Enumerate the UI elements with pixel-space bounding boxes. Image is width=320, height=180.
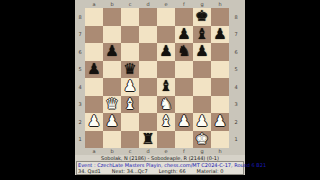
square-a7[interactable]: [85, 26, 103, 44]
coord-label: h: [211, 0, 229, 8]
black-bishop: ♝: [195, 26, 208, 43]
coord-label: a: [85, 0, 103, 8]
letterbox-right: [245, 0, 320, 180]
black-queen: ♛: [123, 61, 136, 78]
coord-label: 1: [75, 131, 85, 149]
rank-labels-left: 87654321: [75, 8, 85, 148]
coord-label: 7: [229, 26, 243, 44]
coord-label: c: [121, 148, 139, 155]
square-d2[interactable]: [139, 113, 157, 131]
square-c6[interactable]: [121, 43, 139, 61]
move-status-line: 34. Qxd1 Next: 34...Qc7 Length: 66 Mater…: [78, 168, 242, 174]
square-d4[interactable]: [139, 78, 157, 96]
coord-label: 3: [229, 96, 243, 114]
white-pawn: ♟: [123, 78, 136, 95]
square-h5[interactable]: [211, 61, 229, 79]
black-knight: ♞: [177, 43, 190, 60]
coord-label: 4: [229, 78, 243, 96]
white-pawn: ♟: [195, 113, 208, 130]
square-c5[interactable]: ♛: [121, 61, 139, 79]
square-d7[interactable]: [139, 26, 157, 44]
coord-label: e: [157, 0, 175, 8]
white-pawn: ♟: [213, 113, 226, 130]
black-pawn: ♟: [213, 26, 226, 43]
bottom-black-strip: [75, 175, 245, 180]
coord-label: 5: [75, 61, 85, 79]
rank-labels-right: 87654321: [229, 8, 243, 148]
coord-label: 3: [75, 96, 85, 114]
chess-diagram: abcdefgh 87654321 87654321 ♚♟♝♟♟♟♞♟♟♛♟♝♛…: [75, 0, 245, 180]
coord-label: g: [193, 148, 211, 155]
square-g5[interactable]: [193, 61, 211, 79]
square-g7[interactable]: ♝: [193, 26, 211, 44]
square-e3[interactable]: ♞: [157, 96, 175, 114]
square-c1[interactable]: [121, 131, 139, 149]
square-a5[interactable]: ♟: [85, 61, 103, 79]
square-b4[interactable]: [103, 78, 121, 96]
square-c3[interactable]: ♝: [121, 96, 139, 114]
move-played: 34. Qxd1: [78, 168, 101, 174]
square-c4[interactable]: ♟: [121, 78, 139, 96]
square-a8[interactable]: [85, 8, 103, 26]
square-f5[interactable]: [175, 61, 193, 79]
square-g6[interactable]: ♟: [193, 43, 211, 61]
coord-label: 8: [229, 8, 243, 26]
square-g3[interactable]: [193, 96, 211, 114]
coord-label: f: [175, 0, 193, 8]
next-move: Next: 34...Qc7: [112, 168, 148, 174]
square-f1[interactable]: [175, 131, 193, 149]
square-h8[interactable]: [211, 8, 229, 26]
file-labels-bottom: abcdefgh: [85, 148, 229, 155]
square-f7[interactable]: ♟: [175, 26, 193, 44]
black-pawn: ♟: [105, 43, 118, 60]
material-balance: Material: 0: [197, 168, 224, 174]
square-e4[interactable]: ♝: [157, 78, 175, 96]
square-d1[interactable]: ♜: [139, 131, 157, 149]
coord-label: c: [121, 0, 139, 8]
square-e5[interactable]: [157, 61, 175, 79]
coord-label: 4: [75, 78, 85, 96]
white-knight: ♞: [159, 96, 172, 113]
event-box: Event : CzechLate Masters Playin, chess.…: [76, 161, 244, 175]
square-g2[interactable]: ♟: [193, 113, 211, 131]
square-f2[interactable]: ♟: [175, 113, 193, 131]
square-a3[interactable]: [85, 96, 103, 114]
coord-label: 6: [75, 43, 85, 61]
black-pawn: ♟: [159, 43, 172, 60]
coord-label: 6: [229, 43, 243, 61]
coord-label: a: [85, 148, 103, 155]
square-a2[interactable]: ♟: [85, 113, 103, 131]
square-d6[interactable]: [139, 43, 157, 61]
coord-label: d: [139, 0, 157, 8]
game-info-panel: Sobolak, N (2186) - Sobodeaple, R (2144)…: [75, 155, 245, 175]
file-labels-top: abcdefgh: [85, 0, 229, 8]
white-king: ♚: [195, 131, 208, 148]
square-a4[interactable]: [85, 78, 103, 96]
square-h1[interactable]: [211, 131, 229, 149]
square-e6[interactable]: ♟: [157, 43, 175, 61]
square-b8[interactable]: [103, 8, 121, 26]
coord-label: 8: [75, 8, 85, 26]
square-f4[interactable]: [175, 78, 193, 96]
square-a6[interactable]: [85, 43, 103, 61]
white-bishop: ♝: [123, 96, 136, 113]
square-d3[interactable]: [139, 96, 157, 114]
square-b7[interactable]: [103, 26, 121, 44]
game-length: Length: 66: [159, 168, 186, 174]
letterbox-left: [0, 0, 75, 180]
coord-label: d: [139, 148, 157, 155]
square-e2[interactable]: ♝: [157, 113, 175, 131]
square-b3[interactable]: ♛: [103, 96, 121, 114]
white-pawn: ♟: [177, 113, 190, 130]
white-pawn: ♟: [87, 113, 100, 130]
square-d8[interactable]: [139, 8, 157, 26]
white-pawn: ♟: [105, 113, 118, 130]
black-pawn: ♟: [195, 43, 208, 60]
coord-label: 2: [75, 113, 85, 131]
square-g4[interactable]: [193, 78, 211, 96]
coord-label: 5: [229, 61, 243, 79]
square-b6[interactable]: ♟: [103, 43, 121, 61]
chess-board: ♚♟♝♟♟♟♞♟♟♛♟♝♛♝♞♟♟♝♟♟♟♜♚: [85, 8, 229, 148]
square-e1[interactable]: [157, 131, 175, 149]
coord-label: h: [211, 148, 229, 155]
coord-label: 2: [229, 113, 243, 131]
white-bishop: ♝: [159, 113, 172, 130]
video-frame: abcdefgh 87654321 87654321 ♚♟♝♟♟♟♞♟♟♛♟♝♛…: [0, 0, 320, 180]
black-bishop: ♝: [159, 78, 172, 95]
square-f3[interactable]: [175, 96, 193, 114]
square-c7[interactable]: [121, 26, 139, 44]
square-b1[interactable]: [103, 131, 121, 149]
square-a1[interactable]: [85, 131, 103, 149]
square-g1[interactable]: ♚: [193, 131, 211, 149]
coord-label: g: [193, 0, 211, 8]
square-f6[interactable]: ♞: [175, 43, 193, 61]
coord-label: e: [157, 148, 175, 155]
coord-label: 1: [229, 131, 243, 149]
black-pawn: ♟: [177, 26, 190, 43]
black-pawn: ♟: [87, 61, 100, 78]
square-b5[interactable]: [103, 61, 121, 79]
square-b2[interactable]: ♟: [103, 113, 121, 131]
square-d5[interactable]: [139, 61, 157, 79]
coord-label: f: [175, 148, 193, 155]
black-rook: ♜: [141, 131, 154, 148]
square-e8[interactable]: [157, 8, 175, 26]
square-f8[interactable]: [175, 8, 193, 26]
black-king: ♚: [195, 8, 208, 25]
coord-label: b: [103, 0, 121, 8]
square-h3[interactable]: [211, 96, 229, 114]
coord-label: b: [103, 148, 121, 155]
square-h2[interactable]: ♟: [211, 113, 229, 131]
square-h4[interactable]: [211, 78, 229, 96]
coord-label: 7: [75, 26, 85, 44]
square-c8[interactable]: [121, 8, 139, 26]
square-g8[interactable]: ♚: [193, 8, 211, 26]
square-c2[interactable]: [121, 113, 139, 131]
white-queen: ♛: [105, 96, 118, 113]
square-e7[interactable]: [157, 26, 175, 44]
square-h6[interactable]: [211, 43, 229, 61]
square-h7[interactable]: ♟: [211, 26, 229, 44]
